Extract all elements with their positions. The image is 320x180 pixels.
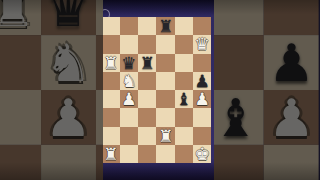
white-queen: ♛ (195, 35, 210, 53)
square (156, 54, 174, 72)
square: ♟ (193, 72, 211, 90)
square: ♛ (40, 0, 96, 35)
square: ♞ (120, 72, 138, 90)
square (103, 17, 120, 35)
square (156, 35, 174, 53)
white-knight: ♞ (121, 72, 136, 90)
square (120, 127, 138, 145)
square (103, 108, 120, 126)
square (175, 54, 193, 72)
square (193, 127, 211, 145)
square (193, 108, 211, 126)
square (175, 17, 193, 35)
square: ♚ (193, 145, 211, 163)
white-pawn: ♟ (45, 91, 92, 146)
square: ♜ (138, 54, 156, 72)
square (193, 54, 211, 72)
square (138, 90, 156, 108)
square: ♝ (175, 90, 193, 108)
square: ♝ (208, 91, 264, 147)
square: ♛ (120, 54, 138, 72)
square (120, 108, 138, 126)
square (208, 35, 264, 91)
square: ♜ (156, 17, 174, 35)
square: ♞ (40, 35, 96, 91)
square: ♟ (264, 35, 320, 91)
white-rook: ♜ (103, 54, 118, 72)
square (138, 72, 156, 90)
white-knight: ♞ (45, 35, 92, 90)
square (138, 17, 156, 35)
square: ♜ (103, 54, 120, 72)
square: ♟ (193, 90, 211, 108)
square (40, 146, 96, 180)
black-bishop: ♝ (176, 90, 191, 108)
square (264, 146, 320, 180)
square (175, 145, 193, 163)
square (103, 90, 120, 108)
black-bishop: ♝ (212, 91, 259, 146)
white-rook: ♜ (103, 145, 118, 163)
square (0, 35, 40, 91)
square (103, 35, 120, 53)
black-rook: ♜ (158, 17, 173, 35)
square (0, 146, 40, 180)
white-rook: ♜ (158, 127, 173, 145)
square (138, 127, 156, 145)
square (103, 72, 120, 90)
black-rook: ♜ (140, 54, 155, 72)
square (103, 127, 120, 145)
square (138, 108, 156, 126)
square: ♟ (40, 91, 96, 147)
square (175, 35, 193, 53)
square (193, 17, 211, 35)
square (175, 72, 193, 90)
square (175, 127, 193, 145)
square: ♜ (0, 0, 40, 35)
white-pawn: ♟ (195, 90, 210, 108)
square (120, 17, 138, 35)
black-pawn: ♟ (268, 35, 315, 90)
black-queen: ♛ (45, 0, 92, 34)
square (156, 72, 174, 90)
square (138, 145, 156, 163)
square (264, 0, 320, 35)
video-player[interactable]: ♜♛♜♛♜♞♟♟♝♟♜♜♚ (103, 0, 214, 180)
square (156, 90, 174, 108)
white-rook: ♜ (0, 0, 36, 34)
square: ♟ (120, 90, 138, 108)
chessboard: ♜♛♜♛♜♞♟♟♝♟♜♜♚ (103, 17, 211, 163)
square (120, 35, 138, 53)
square: ♜ (103, 145, 120, 163)
square (156, 145, 174, 163)
black-queen: ♛ (121, 54, 136, 72)
square (208, 146, 264, 180)
square (175, 108, 193, 126)
video-frame: ♜♛♜♛♜♞♟♟♝♟♜♜♚ ♜♛♜♛♜♞♟♟♝♟♜♜♚ (0, 0, 320, 180)
square: ♟ (264, 91, 320, 147)
square: ♛ (193, 35, 211, 53)
white-king: ♚ (195, 145, 210, 163)
square (138, 35, 156, 53)
black-pawn: ♟ (195, 72, 210, 90)
square (0, 91, 40, 147)
square (120, 145, 138, 163)
white-pawn: ♟ (268, 91, 315, 146)
white-pawn: ♟ (121, 90, 136, 108)
square: ♜ (156, 127, 174, 145)
square (156, 108, 174, 126)
square (208, 0, 264, 35)
